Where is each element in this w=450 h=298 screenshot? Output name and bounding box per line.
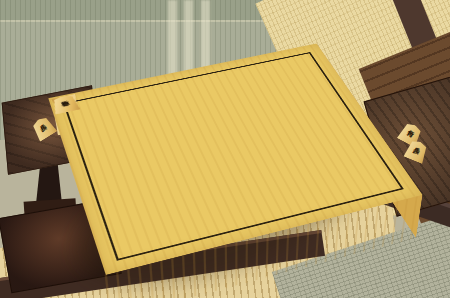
shogi-scene: 歩兵歩兵 角行歩兵 香車王将桂馬香車飛車金将歩兵歩兵歩兵金将桂馬歩兵歩兵銀将歩兵… (0, 0, 450, 298)
shogi-board: 香車王将桂馬香車飛車金将歩兵歩兵歩兵金将桂馬歩兵歩兵銀将歩兵歩兵歩兵歩兵角行銀将… (36, 0, 416, 298)
board-block: 香車王将桂馬香車飛車金将歩兵歩兵歩兵金将桂馬歩兵歩兵銀将歩兵歩兵歩兵歩兵角行銀将… (48, 43, 422, 275)
